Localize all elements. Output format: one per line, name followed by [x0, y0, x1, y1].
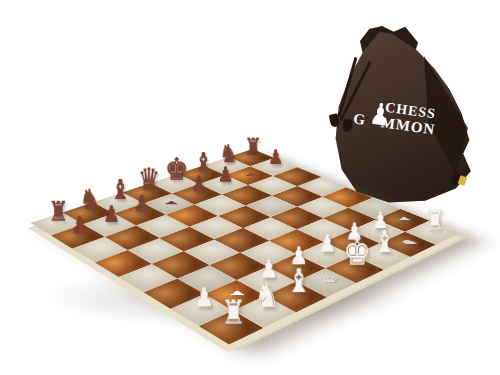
piece-brown-pawn: ♟ [254, 147, 298, 167]
square-a7: ♟ [51, 224, 105, 248]
piece-white-rook: ♜ [409, 206, 460, 233]
product-photo-scene: ♟ CHESS GMMON ♜♞♝♛♚♝♞♜♟♟♟♟♟♟♟♟♟♟♟♟♟♟♟♟♜♞… [0, 0, 500, 375]
bag-price-tag [458, 175, 468, 186]
piece-white-king: ♚ [330, 233, 385, 270]
piece-brown-pawn: ♟ [54, 214, 105, 237]
chessgammon-bag: ♟ CHESS GMMON [328, 26, 480, 206]
piece-brown-pawn: ♟ [175, 173, 222, 194]
square-a1: ♜ [199, 311, 264, 345]
piece-white-rook: ♜ [203, 296, 264, 329]
